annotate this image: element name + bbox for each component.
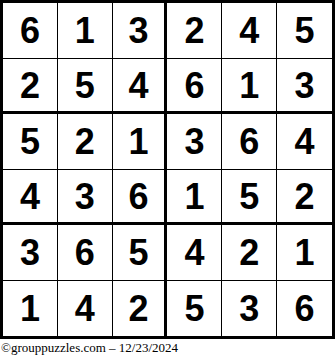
cell-r4c5: 5	[222, 170, 277, 226]
cell-r1c1: 6	[3, 3, 58, 59]
cell-r5c5: 2	[222, 225, 277, 281]
cell-r6c1: 1	[3, 281, 58, 337]
cell-r6c3: 2	[113, 281, 168, 337]
cell-r2c5: 1	[222, 59, 277, 115]
cell-r3c5: 6	[222, 114, 277, 170]
copyright-credit: ©grouppuzzles.com – 12/23/2024	[1, 339, 335, 357]
cell-r4c1: 4	[3, 170, 58, 226]
cell-r6c6: 6	[277, 281, 332, 337]
cell-r1c6: 5	[277, 3, 332, 59]
cell-r2c2: 5	[58, 59, 113, 115]
cell-r4c4: 1	[167, 170, 222, 226]
cell-r4c6: 2	[277, 170, 332, 226]
cell-r4c3: 6	[113, 170, 168, 226]
cell-r2c4: 6	[167, 59, 222, 115]
cell-r6c5: 3	[222, 281, 277, 337]
cell-r6c4: 5	[167, 281, 222, 337]
cell-r2c6: 3	[277, 59, 332, 115]
cell-r5c4: 4	[167, 225, 222, 281]
cell-r2c3: 4	[113, 59, 168, 115]
cell-r6c2: 4	[58, 281, 113, 337]
cell-r5c1: 3	[3, 225, 58, 281]
cell-r4c2: 3	[58, 170, 113, 226]
cell-r5c6: 1	[277, 225, 332, 281]
cell-r2c1: 2	[3, 59, 58, 115]
cell-r3c4: 3	[167, 114, 222, 170]
cell-r3c2: 2	[58, 114, 113, 170]
cell-r5c3: 5	[113, 225, 168, 281]
cell-r5c2: 6	[58, 225, 113, 281]
cell-r1c4: 2	[167, 3, 222, 59]
sudoku-board: 613245254613521364436152365421142536	[0, 0, 335, 339]
cell-r3c3: 1	[113, 114, 168, 170]
cell-r3c1: 5	[3, 114, 58, 170]
cell-r1c3: 3	[113, 3, 168, 59]
cell-r1c2: 1	[58, 3, 113, 59]
cell-r3c6: 4	[277, 114, 332, 170]
cell-r1c5: 4	[222, 3, 277, 59]
